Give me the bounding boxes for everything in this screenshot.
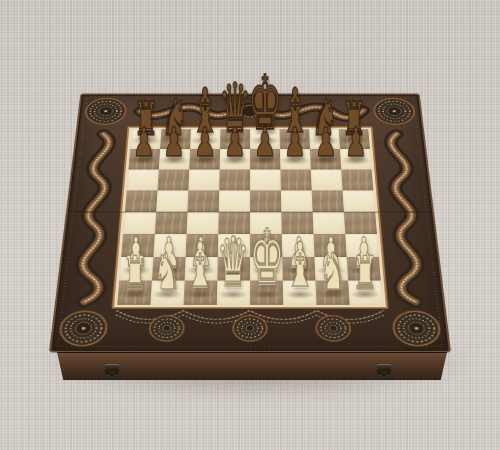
latch-left-icon xyxy=(105,364,119,373)
square-f6[interactable] xyxy=(280,170,311,191)
square-e6[interactable] xyxy=(250,170,281,191)
square-b6[interactable] xyxy=(157,170,189,191)
square-f5[interactable] xyxy=(281,190,313,212)
square-g6[interactable] xyxy=(311,170,343,191)
square-b5[interactable] xyxy=(156,190,188,212)
square-h6[interactable] xyxy=(341,170,373,191)
square-c5[interactable] xyxy=(187,190,219,212)
latch-right-icon xyxy=(377,364,391,373)
square-a6[interactable] xyxy=(127,170,159,191)
box-front-edge xyxy=(57,352,447,380)
square-d5[interactable] xyxy=(219,190,250,212)
square-e5[interactable] xyxy=(250,190,281,212)
square-a5[interactable] xyxy=(125,190,158,212)
square-g5[interactable] xyxy=(312,190,344,212)
square-h5[interactable] xyxy=(343,190,376,212)
square-c6[interactable] xyxy=(188,170,219,191)
square-d6[interactable] xyxy=(219,170,250,191)
